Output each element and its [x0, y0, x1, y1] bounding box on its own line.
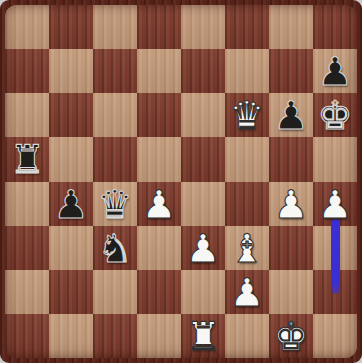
white-queen[interactable]: ♛ — [225, 93, 269, 137]
square-f8[interactable] — [225, 5, 269, 49]
white-pawn[interactable]: ♟ — [137, 182, 181, 226]
square-g7[interactable] — [269, 49, 313, 93]
white-pawn[interactable]: ♟ — [181, 226, 225, 270]
square-d5[interactable] — [137, 137, 181, 181]
square-h1[interactable] — [313, 314, 357, 358]
square-h4[interactable]: ♟ — [313, 182, 357, 226]
square-a6[interactable] — [5, 93, 49, 137]
white-rook[interactable]: ♜ — [181, 314, 225, 358]
square-b3[interactable] — [49, 226, 93, 270]
square-e4[interactable] — [181, 182, 225, 226]
square-a8[interactable] — [5, 5, 49, 49]
square-g5[interactable] — [269, 137, 313, 181]
square-d2[interactable] — [137, 270, 181, 314]
black-rook[interactable]: ♜ — [5, 137, 49, 181]
square-c2[interactable] — [93, 270, 137, 314]
square-h6[interactable]: ♚ — [313, 93, 357, 137]
chess-board-frame: ♟♛♟♚♜♟♛♟♟♟♞♟♝♟♜♚ — [0, 0, 362, 363]
square-a4[interactable] — [5, 182, 49, 226]
chess-board-wrap: ♟♛♟♚♜♟♛♟♟♟♞♟♝♟♜♚ — [5, 5, 357, 358]
square-d1[interactable] — [137, 314, 181, 358]
white-pawn[interactable]: ♟ — [313, 182, 357, 226]
square-g6[interactable]: ♟ — [269, 93, 313, 137]
black-pawn[interactable]: ♟ — [49, 182, 93, 226]
square-b1[interactable] — [49, 314, 93, 358]
square-e8[interactable] — [181, 5, 225, 49]
black-pawn[interactable]: ♟ — [269, 93, 313, 137]
black-pawn[interactable]: ♟ — [313, 49, 357, 93]
square-c7[interactable] — [93, 49, 137, 93]
square-f1[interactable] — [225, 314, 269, 358]
square-a5[interactable]: ♜ — [5, 137, 49, 181]
black-queen[interactable]: ♛ — [93, 182, 137, 226]
square-f3[interactable]: ♝ — [225, 226, 269, 270]
square-h8[interactable] — [313, 5, 357, 49]
square-g4[interactable]: ♟ — [269, 182, 313, 226]
square-a1[interactable] — [5, 314, 49, 358]
square-c6[interactable] — [93, 93, 137, 137]
square-g1[interactable]: ♚ — [269, 314, 313, 358]
square-f7[interactable] — [225, 49, 269, 93]
square-b2[interactable] — [49, 270, 93, 314]
square-f6[interactable]: ♛ — [225, 93, 269, 137]
square-d4[interactable]: ♟ — [137, 182, 181, 226]
white-king[interactable]: ♚ — [269, 314, 313, 358]
square-e6[interactable] — [181, 93, 225, 137]
square-f2[interactable]: ♟ — [225, 270, 269, 314]
square-c1[interactable] — [93, 314, 137, 358]
square-e2[interactable] — [181, 270, 225, 314]
white-bishop[interactable]: ♝ — [225, 226, 269, 270]
square-g3[interactable] — [269, 226, 313, 270]
black-king[interactable]: ♚ — [313, 93, 357, 137]
square-c5[interactable] — [93, 137, 137, 181]
square-d6[interactable] — [137, 93, 181, 137]
square-e3[interactable]: ♟ — [181, 226, 225, 270]
white-pawn[interactable]: ♟ — [269, 182, 313, 226]
last-move-arrow — [331, 219, 340, 294]
square-b5[interactable] — [49, 137, 93, 181]
square-e1[interactable]: ♜ — [181, 314, 225, 358]
square-b4[interactable]: ♟ — [49, 182, 93, 226]
square-g2[interactable] — [269, 270, 313, 314]
square-d8[interactable] — [137, 5, 181, 49]
square-b6[interactable] — [49, 93, 93, 137]
square-f5[interactable] — [225, 137, 269, 181]
square-h5[interactable] — [313, 137, 357, 181]
square-e5[interactable] — [181, 137, 225, 181]
square-d3[interactable] — [137, 226, 181, 270]
square-f4[interactable] — [225, 182, 269, 226]
square-c3[interactable]: ♞ — [93, 226, 137, 270]
white-pawn[interactable]: ♟ — [225, 270, 269, 314]
square-a2[interactable] — [5, 270, 49, 314]
square-g8[interactable] — [269, 5, 313, 49]
square-a3[interactable] — [5, 226, 49, 270]
square-b7[interactable] — [49, 49, 93, 93]
square-c8[interactable] — [93, 5, 137, 49]
square-b8[interactable] — [49, 5, 93, 49]
chess-board: ♟♛♟♚♜♟♛♟♟♟♞♟♝♟♜♚ — [5, 5, 357, 358]
square-c4[interactable]: ♛ — [93, 182, 137, 226]
black-knight[interactable]: ♞ — [93, 226, 137, 270]
square-a7[interactable] — [5, 49, 49, 93]
square-h7[interactable]: ♟ — [313, 49, 357, 93]
square-d7[interactable] — [137, 49, 181, 93]
square-e7[interactable] — [181, 49, 225, 93]
